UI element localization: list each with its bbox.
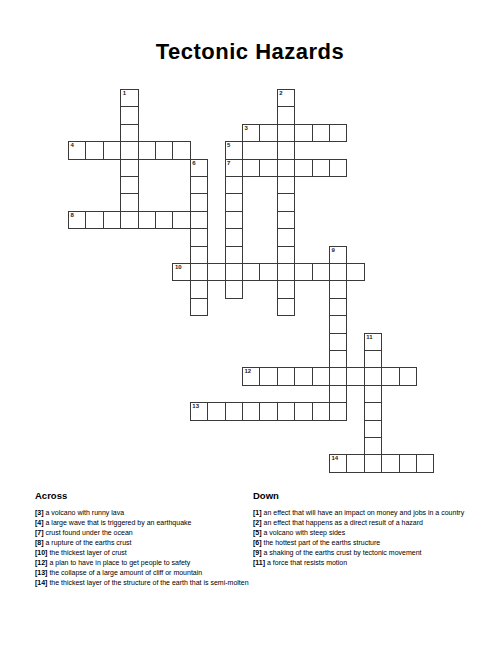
clue-number-10: 10 [175,264,182,271]
grid-cell-r6c9[interactable] [225,193,243,211]
grid-cell-r2c3[interactable] [120,124,138,142]
grid-cell-r8c12[interactable] [277,228,295,246]
grid-cell-r5c12[interactable] [277,176,295,194]
clue-across-12: [12] a plan to have in place to get peop… [35,558,251,568]
clue-down-5: [5] a volcano with steep sides [253,528,466,538]
grid-cell-r2c13[interactable] [294,124,312,142]
grid-cell-r4c9[interactable]: 7 [225,159,243,177]
clue-number-label: [3] [35,509,44,516]
grid-cell-r18c12[interactable] [277,402,295,420]
grid-cell-r15c17[interactable] [364,350,382,368]
clue-number-14: 14 [332,455,339,462]
clue-number-5: 5 [227,142,230,149]
grid-cell-r10c16[interactable] [346,263,364,281]
clue-number-label: [8] [35,539,44,546]
grid-cell-r6c7[interactable] [190,193,208,211]
grid-cell-r7c3[interactable] [120,211,138,229]
grid-cell-r16c16[interactable] [346,367,364,385]
clue-number-2: 2 [279,90,282,97]
down-clues-section: Down [1] an effect that will have an imp… [253,491,466,568]
grid-cell-r4c12[interactable] [277,159,295,177]
clue-across-10: [10] the thickest layer of crust [35,548,251,558]
grid-cell-r6c3[interactable] [120,193,138,211]
grid-cell-r2c14[interactable] [312,124,330,142]
clue-number-label: [2] [253,519,262,526]
grid-cell-r5c3[interactable] [120,176,138,194]
grid-cell-r10c13[interactable] [294,263,312,281]
grid-cell-r11c9[interactable] [225,280,243,298]
grid-cell-r7c1[interactable] [85,211,103,229]
clue-number-label: [11] [253,559,265,566]
grid-cell-r1c3[interactable] [120,106,138,124]
clue-across-7: [7] crust found under the ocean [35,528,251,538]
grid-cell-r8c9[interactable] [225,228,243,246]
grid-cell-r14c17[interactable]: 11 [364,333,382,351]
grid-cell-r8c7[interactable] [190,228,208,246]
grid-cell-r4c15[interactable] [329,159,347,177]
grid-cell-r21c16[interactable] [346,454,364,472]
grid-cell-r2c12[interactable] [277,124,295,142]
grid-cell-r7c5[interactable] [155,211,173,229]
grid-cell-r21c19[interactable] [399,454,417,472]
clue-down-6: [6] the hottest part of the earths struc… [253,538,466,548]
clue-number-label: [5] [253,529,262,536]
grid-cell-r18c8[interactable] [207,402,225,420]
grid-cell-r20c17[interactable] [364,437,382,455]
grid-cell-r21c17[interactable] [364,454,382,472]
grid-cell-r16c17[interactable] [364,367,382,385]
grid-cell-r6c12[interactable] [277,193,295,211]
grid-cell-r7c7[interactable] [190,211,208,229]
grid-cell-r3c1[interactable] [85,141,103,159]
grid-cell-r16c18[interactable] [381,367,399,385]
grid-cell-r19c17[interactable] [364,420,382,438]
clue-number-label: [9] [253,549,262,556]
grid-cell-r12c15[interactable] [329,298,347,316]
grid-cell-r7c4[interactable] [138,211,156,229]
grid-cell-r10c10[interactable] [242,263,260,281]
grid-cell-r7c9[interactable] [225,211,243,229]
clue-number-label: [7] [35,529,44,536]
clue-number-1: 1 [123,90,126,97]
grid-cell-r2c10[interactable]: 3 [242,124,260,142]
grid-cell-r3c0[interactable]: 4 [68,141,86,159]
clue-number-label: [12] [35,559,47,566]
clue-across-4: [4] a large wave that is triggered by an… [35,518,251,528]
grid-cell-r10c8[interactable] [207,263,225,281]
grid-cell-r3c3[interactable] [120,141,138,159]
grid-cell-r10c11[interactable] [259,263,277,281]
grid-cell-r3c2[interactable] [103,141,121,159]
grid-cell-r0c12[interactable]: 2 [277,89,295,107]
grid-cell-r3c5[interactable] [155,141,173,159]
across-clues-section: Across [3] a volcano with runny lava[4] … [35,491,251,588]
grid-cell-r3c4[interactable] [138,141,156,159]
grid-cell-r16c10[interactable]: 12 [242,367,260,385]
grid-cell-r12c7[interactable] [190,298,208,316]
grid-cell-r10c6[interactable]: 10 [172,263,190,281]
clue-number-9: 9 [332,247,335,254]
grid-cell-r1c12[interactable] [277,106,295,124]
clue-across-3: [3] a volcano with runny lava [35,508,251,518]
grid-cell-r21c15[interactable]: 14 [329,454,347,472]
clue-down-9: [9] a shaking of the earths crust by tec… [253,548,466,558]
grid-cell-r18c17[interactable] [364,402,382,420]
grid-cell-r10c15[interactable] [329,263,347,281]
grid-cell-r16c15[interactable] [329,367,347,385]
down-clue-list: [1] an effect that will have an impact o… [253,508,466,568]
clue-across-14: [14] the thickest layer of the structure… [35,578,251,588]
across-header: Across [35,491,251,501]
grid-cell-r18c14[interactable] [312,402,330,420]
grid-cell-r21c18[interactable] [381,454,399,472]
grid-cell-r4c3[interactable] [120,159,138,177]
grid-cell-r7c2[interactable] [103,211,121,229]
grid-cell-r4c10[interactable] [242,159,260,177]
grid-cell-r11c15[interactable] [329,280,347,298]
grid-cell-r9c12[interactable] [277,246,295,264]
clue-number-label: [4] [35,519,44,526]
clue-down-1: [1] an effect that will have an impact o… [253,508,466,518]
clue-number-4: 4 [71,142,74,149]
clue-number-6: 6 [192,160,195,167]
grid-cell-r12c12[interactable] [277,298,295,316]
clue-number-13: 13 [192,403,199,410]
grid-cell-r4c13[interactable] [294,159,312,177]
grid-cell-r10c14[interactable] [312,263,330,281]
grid-cell-r3c12[interactable] [277,141,295,159]
puzzle-page: Tectonic Hazards 1234567891011121314 Acr… [0,0,500,647]
grid-cell-r11c7[interactable] [190,280,208,298]
grid-cell-r5c9[interactable] [225,176,243,194]
grid-cell-r7c0[interactable]: 8 [68,211,86,229]
grid-cell-r14c15[interactable] [329,333,347,351]
grid-cell-r16c13[interactable] [294,367,312,385]
grid-cell-r18c10[interactable] [242,402,260,420]
clue-number-7: 7 [227,160,230,167]
across-clue-list: [3] a volcano with runny lava[4] a large… [35,508,251,588]
grid-cell-r9c9[interactable] [225,246,243,264]
grid-cell-r11c12[interactable] [277,280,295,298]
down-header: Down [253,491,466,501]
grid-cell-r13c15[interactable] [329,315,347,333]
clue-down-2: [2] an effect that happens as a direct r… [253,518,466,528]
grid-cell-r9c7[interactable] [190,246,208,264]
grid-cell-r16c14[interactable] [312,367,330,385]
clue-number-label: [10] [35,549,47,556]
clue-number-12: 12 [245,368,252,375]
puzzle-title: Tectonic Hazards [0,39,500,65]
grid-cell-r10c7[interactable] [190,263,208,281]
grid-cell-r17c17[interactable] [364,385,382,403]
grid-cell-r2c15[interactable] [329,124,347,142]
clue-number-label: [13] [35,569,47,576]
grid-cell-r7c12[interactable] [277,211,295,229]
clue-number-3: 3 [245,125,248,132]
grid-cell-r18c13[interactable] [294,402,312,420]
grid-cell-r16c11[interactable] [259,367,277,385]
grid-cell-r3c6[interactable] [172,141,190,159]
grid-cell-r0c3[interactable]: 1 [120,89,138,107]
clue-number-label: [1] [253,509,262,516]
clue-number-label: [14] [35,579,47,586]
grid-cell-r7c6[interactable] [172,211,190,229]
grid-cell-r21c20[interactable] [416,454,434,472]
clue-across-8: [8] a rupture of the earths crust [35,538,251,548]
grid-cell-r9c15[interactable]: 9 [329,246,347,264]
clue-number-8: 8 [71,212,74,219]
grid-cell-r5c7[interactable] [190,176,208,194]
clue-number-label: [6] [253,539,262,546]
grid-cell-r2c11[interactable] [259,124,277,142]
grid-cell-r18c11[interactable] [259,402,277,420]
grid-cell-r10c9[interactable] [225,263,243,281]
grid-cell-r18c15[interactable] [329,402,347,420]
crossword-grid: 1234567891011121314 [68,89,434,472]
grid-cell-r16c19[interactable] [399,367,417,385]
grid-cell-r4c14[interactable] [312,159,330,177]
grid-cell-r18c9[interactable] [225,402,243,420]
clue-number-11: 11 [366,334,372,341]
grid-cell-r18c7[interactable]: 13 [190,402,208,420]
grid-cell-r4c7[interactable]: 6 [190,159,208,177]
grid-cell-r4c11[interactable] [259,159,277,177]
grid-cell-r3c9[interactable]: 5 [225,141,243,159]
grid-cell-r10c12[interactable] [277,263,295,281]
grid-cell-r16c12[interactable] [277,367,295,385]
clue-across-13: [13] the collapse of a large amount of c… [35,568,251,578]
grid-cell-r17c15[interactable] [329,385,347,403]
grid-cell-r15c15[interactable] [329,350,347,368]
clue-down-11: [11] a force that resists motion [253,558,466,568]
